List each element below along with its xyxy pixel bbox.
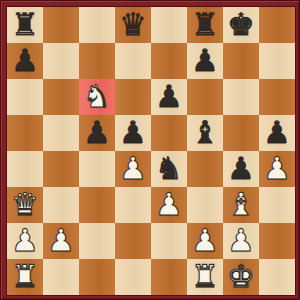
piece-white-pawn: ♟	[11, 222, 39, 258]
piece-black-knight: ♞	[155, 150, 183, 186]
square-a7[interactable]: ♟	[7, 43, 43, 79]
square-f6[interactable]	[187, 79, 223, 115]
square-f3[interactable]	[187, 187, 223, 223]
piece-white-pawn: ♟	[47, 222, 75, 258]
square-a2[interactable]: ♟	[7, 223, 43, 259]
square-d1[interactable]	[115, 259, 151, 295]
square-g2[interactable]: ♟	[223, 223, 259, 259]
square-d5[interactable]: ♟	[115, 115, 151, 151]
chess-board: ♜♛♜♚♟♟♞♟♟♟♝♟♟♞♟♟♛♟♝♟♟♟♟♜♜♚	[6, 6, 296, 296]
square-a6[interactable]	[7, 79, 43, 115]
piece-white-pawn: ♟	[119, 150, 147, 186]
square-b2[interactable]: ♟	[43, 223, 79, 259]
piece-black-pawn: ♟	[227, 150, 255, 186]
square-d6[interactable]	[115, 79, 151, 115]
square-f7[interactable]: ♟	[187, 43, 223, 79]
square-c2[interactable]	[79, 223, 115, 259]
square-f5[interactable]: ♝	[187, 115, 223, 151]
square-g7[interactable]	[223, 43, 259, 79]
square-d2[interactable]	[115, 223, 151, 259]
square-d3[interactable]	[115, 187, 151, 223]
square-b8[interactable]	[43, 7, 79, 43]
square-g8[interactable]: ♚	[223, 7, 259, 43]
square-h8[interactable]	[259, 7, 295, 43]
piece-black-queen: ♛	[119, 6, 147, 42]
square-b7[interactable]	[43, 43, 79, 79]
square-h4[interactable]: ♟	[259, 151, 295, 187]
square-f8[interactable]: ♜	[187, 7, 223, 43]
square-h6[interactable]	[259, 79, 295, 115]
square-g5[interactable]	[223, 115, 259, 151]
square-h2[interactable]	[259, 223, 295, 259]
piece-white-pawn: ♟	[155, 186, 183, 222]
square-a3[interactable]: ♛	[7, 187, 43, 223]
piece-black-rook: ♜	[191, 6, 219, 42]
piece-black-pawn: ♟	[119, 114, 147, 150]
piece-black-pawn: ♟	[83, 114, 111, 150]
square-c3[interactable]	[79, 187, 115, 223]
piece-white-rook: ♜	[11, 258, 39, 294]
piece-black-pawn: ♟	[11, 42, 39, 78]
square-d7[interactable]	[115, 43, 151, 79]
square-d8[interactable]: ♛	[115, 7, 151, 43]
piece-black-bishop: ♝	[191, 114, 219, 150]
square-e4[interactable]: ♞	[151, 151, 187, 187]
square-c7[interactable]	[79, 43, 115, 79]
piece-white-knight: ♞	[83, 78, 111, 114]
square-e6[interactable]: ♟	[151, 79, 187, 115]
square-h3[interactable]	[259, 187, 295, 223]
square-a4[interactable]	[7, 151, 43, 187]
square-g3[interactable]: ♝	[223, 187, 259, 223]
piece-black-pawn: ♟	[155, 78, 183, 114]
square-c6[interactable]: ♞	[79, 79, 115, 115]
piece-white-pawn: ♟	[191, 222, 219, 258]
square-e8[interactable]	[151, 7, 187, 43]
square-e5[interactable]	[151, 115, 187, 151]
piece-white-pawn: ♟	[227, 222, 255, 258]
square-f1[interactable]: ♜	[187, 259, 223, 295]
square-a8[interactable]: ♜	[7, 7, 43, 43]
square-a1[interactable]: ♜	[7, 259, 43, 295]
piece-white-queen: ♛	[11, 186, 39, 222]
square-g1[interactable]: ♚	[223, 259, 259, 295]
square-c8[interactable]	[79, 7, 115, 43]
square-a5[interactable]	[7, 115, 43, 151]
square-f2[interactable]: ♟	[187, 223, 223, 259]
square-g6[interactable]	[223, 79, 259, 115]
piece-white-rook: ♜	[191, 258, 219, 294]
board-frame: ♜♛♜♚♟♟♞♟♟♟♝♟♟♞♟♟♛♟♝♟♟♟♟♜♜♚	[0, 0, 300, 300]
square-b5[interactable]	[43, 115, 79, 151]
square-b4[interactable]	[43, 151, 79, 187]
piece-black-pawn: ♟	[263, 114, 291, 150]
square-f4[interactable]	[187, 151, 223, 187]
square-c4[interactable]	[79, 151, 115, 187]
piece-black-rook: ♜	[11, 6, 39, 42]
square-g4[interactable]: ♟	[223, 151, 259, 187]
square-c5[interactable]: ♟	[79, 115, 115, 151]
square-e1[interactable]	[151, 259, 187, 295]
square-b3[interactable]	[43, 187, 79, 223]
square-c1[interactable]	[79, 259, 115, 295]
piece-white-bishop: ♝	[227, 186, 255, 222]
square-e2[interactable]	[151, 223, 187, 259]
square-h7[interactable]	[259, 43, 295, 79]
square-d4[interactable]: ♟	[115, 151, 151, 187]
square-b1[interactable]	[43, 259, 79, 295]
square-e3[interactable]: ♟	[151, 187, 187, 223]
piece-white-king: ♚	[227, 258, 255, 294]
square-h1[interactable]	[259, 259, 295, 295]
piece-white-pawn: ♟	[263, 150, 291, 186]
square-h5[interactable]: ♟	[259, 115, 295, 151]
square-e7[interactable]	[151, 43, 187, 79]
piece-black-king: ♚	[227, 6, 255, 42]
piece-black-pawn: ♟	[191, 42, 219, 78]
square-b6[interactable]	[43, 79, 79, 115]
